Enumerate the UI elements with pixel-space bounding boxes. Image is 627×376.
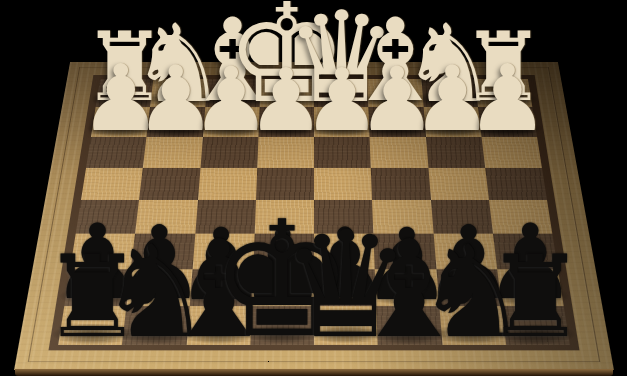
square-g4[interactable]: [139, 168, 200, 200]
square-b4[interactable]: [428, 168, 489, 200]
chess-photo-scene: ♜♞♝♚♛♝♞♜♟♟♟♟♟♟♟♟♟♟♟♟♟♟♟♟♜♞♝♚♛♝♞♜: [0, 0, 627, 376]
square-h4[interactable]: [81, 168, 143, 200]
square-a4[interactable]: [485, 168, 547, 200]
piece-black-rook-a8[interactable]: ♜: [485, 241, 586, 354]
square-c4[interactable]: [371, 168, 431, 200]
piece-white-pawn-a2[interactable]: ♟: [466, 53, 548, 145]
